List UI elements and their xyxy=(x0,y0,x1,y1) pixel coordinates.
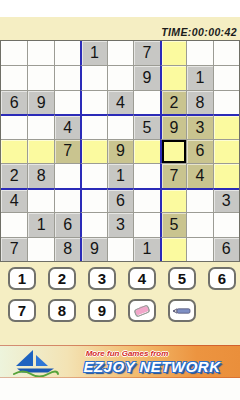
cell-r2c5[interactable] xyxy=(107,65,133,89)
top-strip xyxy=(0,0,240,17)
cell-r3c2[interactable]: 9 xyxy=(27,90,53,114)
cell-r1c4[interactable]: 1 xyxy=(80,41,106,65)
key-7[interactable]: 7 xyxy=(8,299,36,322)
cell-r5c8[interactable]: 6 xyxy=(186,139,212,163)
cell-r1c2[interactable] xyxy=(27,41,53,65)
cell-r5c2[interactable] xyxy=(27,139,53,163)
cell-r7c8[interactable] xyxy=(186,188,212,212)
cell-r2c4[interactable] xyxy=(80,65,106,89)
key-8[interactable]: 8 xyxy=(48,299,76,322)
cell-r1c3[interactable] xyxy=(54,41,80,65)
cell-r8c7[interactable]: 5 xyxy=(160,212,186,236)
pencil-icon xyxy=(172,307,192,315)
cell-r6c6[interactable] xyxy=(133,163,159,187)
cell-r4c4[interactable] xyxy=(80,114,106,138)
cell-r1c7[interactable] xyxy=(160,41,186,65)
cell-r2c1[interactable] xyxy=(1,65,27,89)
cell-r5c5[interactable]: 9 xyxy=(107,139,133,163)
cell-r9c1[interactable]: 7 xyxy=(1,237,27,261)
cell-r7c4[interactable] xyxy=(80,188,106,212)
cell-r6c7[interactable]: 7 xyxy=(160,163,186,187)
cell-r7c3[interactable] xyxy=(54,188,80,212)
cell-r8c4[interactable] xyxy=(80,212,106,236)
cell-r9c3[interactable]: 8 xyxy=(54,237,80,261)
cell-r8c3[interactable]: 6 xyxy=(54,212,80,236)
cell-r4c6[interactable]: 5 xyxy=(133,114,159,138)
bottom-strip xyxy=(0,378,240,400)
banner-tagline: More fun Games from xyxy=(72,349,182,358)
key-1[interactable]: 1 xyxy=(8,267,36,290)
sailboat-icon xyxy=(10,348,62,381)
cell-r1c1[interactable] xyxy=(1,41,27,65)
cell-r1c6[interactable]: 7 xyxy=(133,41,159,65)
cell-r7c2[interactable] xyxy=(27,188,53,212)
banner-link[interactable]: More fun Games from EZJOY NETWORK xyxy=(0,345,240,378)
key-5[interactable]: 5 xyxy=(168,267,196,290)
sudoku-board: 179169428459379628174463163578916 xyxy=(0,40,240,262)
cell-r4c5[interactable] xyxy=(107,114,133,138)
key-4[interactable]: 4 xyxy=(128,267,156,290)
cell-r2c8[interactable]: 1 xyxy=(186,65,212,89)
cell-r9c6[interactable]: 1 xyxy=(133,237,159,261)
cell-r3c5[interactable]: 4 xyxy=(107,90,133,114)
cell-r7c7[interactable] xyxy=(160,188,186,212)
key-2[interactable]: 2 xyxy=(48,267,76,290)
cell-r4c7[interactable]: 9 xyxy=(160,114,186,138)
cell-r6c9[interactable] xyxy=(213,163,239,187)
keypad-row-1: 123456 xyxy=(0,267,240,290)
cell-r9c8[interactable] xyxy=(186,237,212,261)
cell-r3c6[interactable] xyxy=(133,90,159,114)
cell-r3c7[interactable]: 2 xyxy=(160,90,186,114)
cell-r9c9[interactable]: 6 xyxy=(213,237,239,261)
key-6[interactable]: 6 xyxy=(208,267,236,290)
eraser-button[interactable] xyxy=(128,299,156,322)
cell-r7c5[interactable]: 6 xyxy=(107,188,133,212)
cell-r1c9[interactable] xyxy=(213,41,239,65)
cell-r4c9[interactable] xyxy=(213,114,239,138)
cell-r1c5[interactable] xyxy=(107,41,133,65)
cell-r2c2[interactable] xyxy=(27,65,53,89)
cell-r7c1[interactable]: 4 xyxy=(1,188,27,212)
eraser-icon xyxy=(133,304,151,318)
cell-r1c8[interactable] xyxy=(186,41,212,65)
cell-r9c2[interactable] xyxy=(27,237,53,261)
cell-r3c1[interactable]: 6 xyxy=(1,90,27,114)
banner-brand: EZJOY NETWORK xyxy=(66,358,238,375)
cell-r6c5[interactable]: 1 xyxy=(107,163,133,187)
cell-r6c2[interactable]: 8 xyxy=(27,163,53,187)
cell-r2c3[interactable] xyxy=(54,65,80,89)
cell-r5c9[interactable] xyxy=(213,139,239,163)
cell-r6c1[interactable]: 2 xyxy=(1,163,27,187)
cell-r3c4[interactable] xyxy=(80,90,106,114)
cell-r2c6[interactable]: 9 xyxy=(133,65,159,89)
cell-r4c8[interactable]: 3 xyxy=(186,114,212,138)
cell-r4c1[interactable] xyxy=(1,114,27,138)
cell-r8c5[interactable]: 3 xyxy=(107,212,133,236)
cell-r8c6[interactable] xyxy=(133,212,159,236)
cell-r7c9[interactable]: 3 xyxy=(213,188,239,212)
cell-r3c9[interactable] xyxy=(213,90,239,114)
cell-r4c2[interactable] xyxy=(27,114,53,138)
cell-r6c8[interactable]: 4 xyxy=(186,163,212,187)
cell-r5c4[interactable] xyxy=(80,139,106,163)
keypad-row-2: 789 xyxy=(0,299,240,322)
pencil-button[interactable] xyxy=(168,299,196,322)
cell-r3c8[interactable]: 8 xyxy=(186,90,212,114)
cell-r2c7[interactable] xyxy=(160,65,186,89)
key-9[interactable]: 9 xyxy=(88,299,116,322)
cell-r9c7[interactable] xyxy=(160,237,186,261)
timer: TIME:00:00:42 xyxy=(161,26,237,39)
key-3[interactable]: 3 xyxy=(88,267,116,290)
cell-r9c5[interactable] xyxy=(107,237,133,261)
cell-r8c9[interactable] xyxy=(213,212,239,236)
cell-r3c3[interactable] xyxy=(54,90,80,114)
cell-r5c7[interactable] xyxy=(160,139,186,163)
cell-r8c8[interactable] xyxy=(186,212,212,236)
cell-r6c3[interactable] xyxy=(54,163,80,187)
cell-r8c2[interactable]: 1 xyxy=(27,212,53,236)
cell-r4c3[interactable]: 4 xyxy=(54,114,80,138)
cell-r2c9[interactable] xyxy=(213,65,239,89)
cell-r5c1[interactable] xyxy=(1,139,27,163)
cell-r5c3[interactable]: 7 xyxy=(54,139,80,163)
cell-r5c6[interactable] xyxy=(133,139,159,163)
cell-r9c4[interactable]: 9 xyxy=(80,237,106,261)
cell-r8c1[interactable] xyxy=(1,212,27,236)
cell-r7c6[interactable] xyxy=(133,188,159,212)
cell-r6c4[interactable] xyxy=(80,163,106,187)
